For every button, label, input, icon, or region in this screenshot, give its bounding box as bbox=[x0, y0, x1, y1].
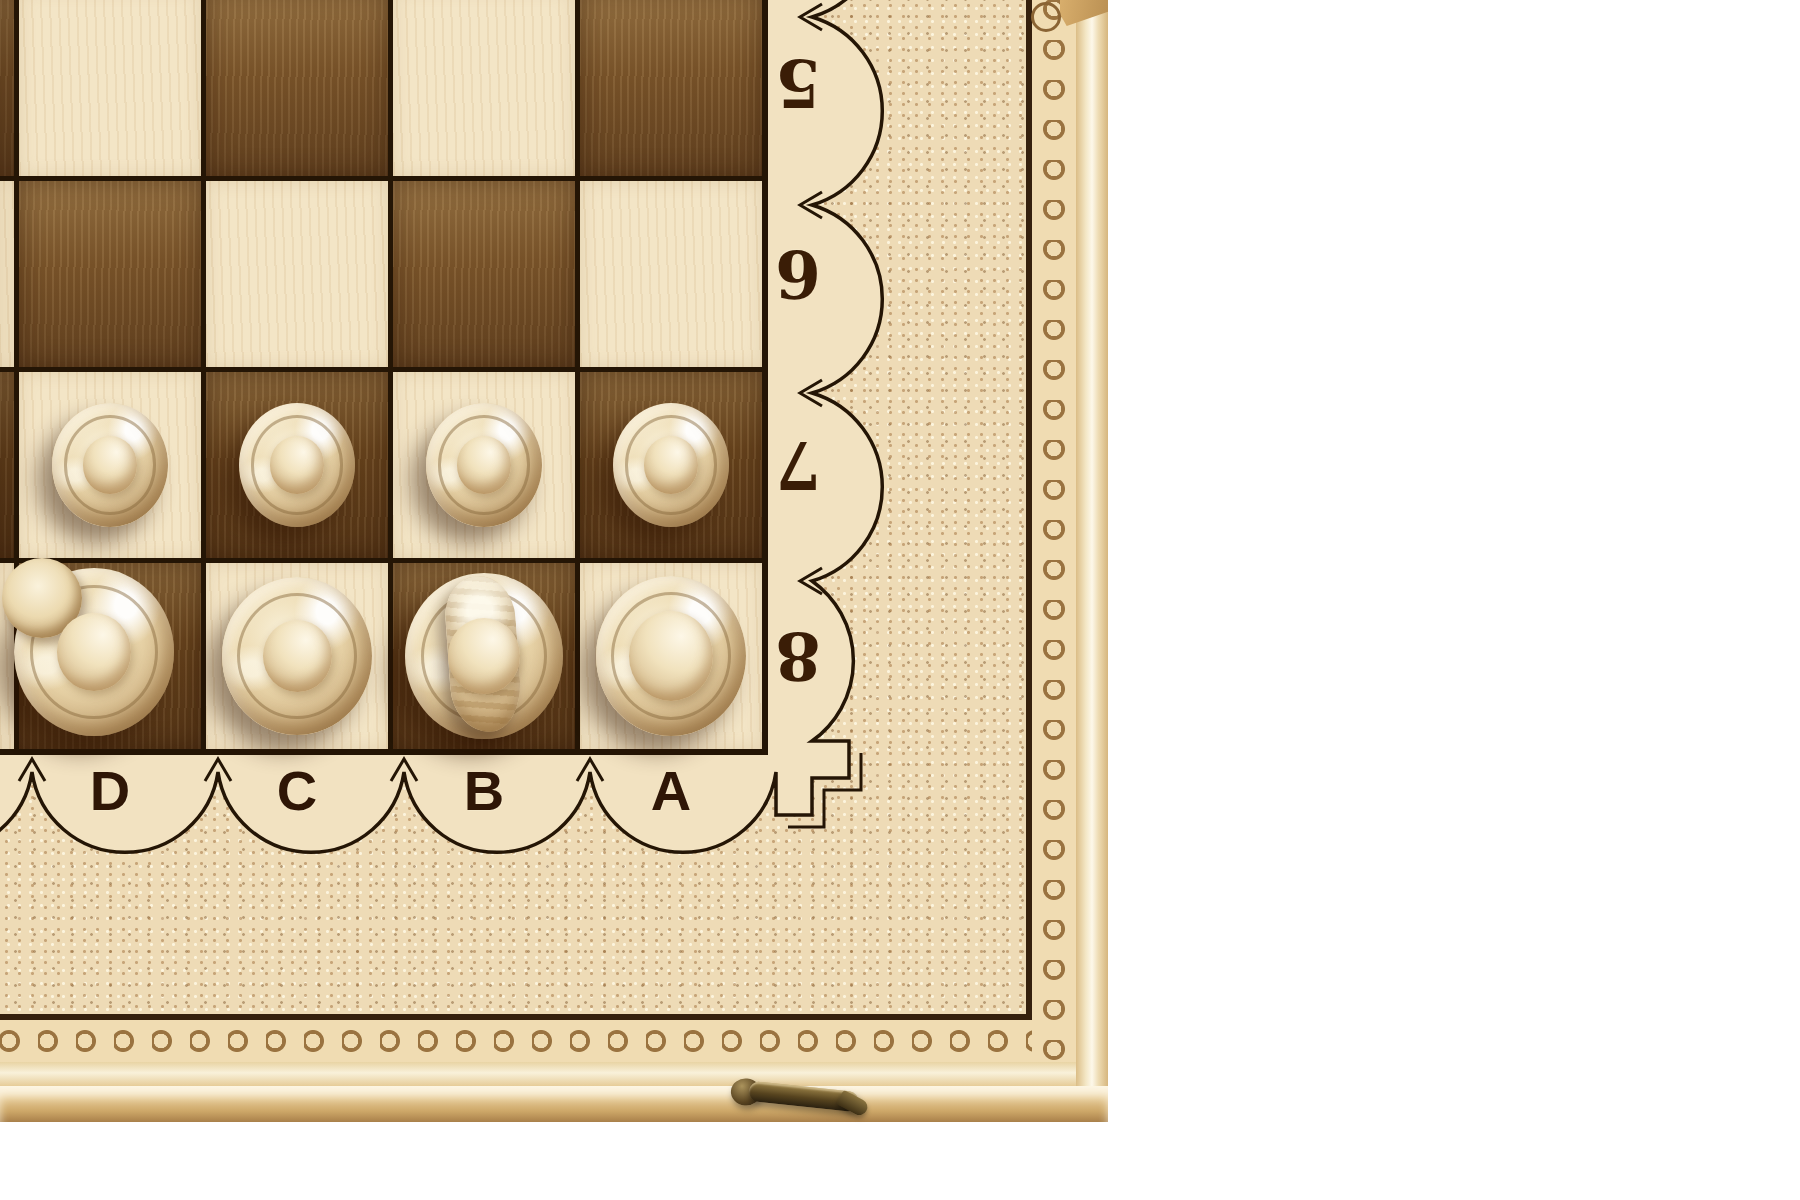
piece-white-queen-d8[interactable] bbox=[14, 568, 174, 736]
square-a6[interactable] bbox=[580, 181, 762, 367]
square-c8[interactable] bbox=[206, 563, 388, 749]
piece-white-pawn-c7[interactable] bbox=[239, 403, 355, 527]
file-label-b: B bbox=[464, 758, 504, 823]
piece-white-knight-b8[interactable] bbox=[405, 573, 563, 739]
piece-white-pawn-b7[interactable] bbox=[426, 403, 542, 527]
chess-box-top: 5 6 7 8 D C B A bbox=[0, 0, 1108, 1122]
board-grid bbox=[0, 0, 768, 755]
square-d7[interactable] bbox=[19, 372, 201, 558]
circle-ornament bbox=[1031, 2, 1061, 32]
piece-white-pawn-d7[interactable] bbox=[52, 403, 168, 527]
crescent-band-bottom bbox=[0, 1020, 1108, 1062]
photo-stage: 5 6 7 8 D C B A bbox=[0, 0, 1800, 1200]
square-c6[interactable] bbox=[206, 181, 388, 367]
queen-crown-knob bbox=[2, 558, 82, 638]
piece-white-bishop-c8[interactable] bbox=[222, 577, 372, 735]
square-b7[interactable] bbox=[393, 372, 575, 558]
square-d8[interactable] bbox=[19, 563, 201, 749]
square-c5[interactable] bbox=[206, 0, 388, 176]
file-label-a: A bbox=[651, 758, 691, 823]
piece-white-pawn-a7[interactable] bbox=[613, 403, 729, 527]
square-a5[interactable] bbox=[580, 0, 762, 176]
square-e6[interactable] bbox=[0, 181, 14, 367]
polished-rim-bottom bbox=[0, 1062, 1108, 1086]
square-d6[interactable] bbox=[19, 181, 201, 367]
square-d5[interactable] bbox=[19, 0, 201, 176]
file-label-c: C bbox=[277, 758, 317, 823]
box-front-face bbox=[0, 1086, 1108, 1122]
square-a7[interactable] bbox=[580, 372, 762, 558]
rank-label-7: 7 bbox=[775, 426, 821, 504]
square-b6[interactable] bbox=[393, 181, 575, 367]
rank-label-8: 8 bbox=[775, 617, 821, 695]
piece-white-rook-a8[interactable] bbox=[596, 576, 746, 736]
file-label-d: D bbox=[90, 758, 130, 823]
square-e7[interactable] bbox=[0, 372, 14, 558]
square-b8[interactable] bbox=[393, 563, 575, 749]
square-e5[interactable] bbox=[0, 0, 14, 176]
rank-label-6: 6 bbox=[775, 235, 821, 313]
crescent-band-right bbox=[1032, 0, 1076, 1122]
square-c7[interactable] bbox=[206, 372, 388, 558]
square-a8[interactable] bbox=[580, 563, 762, 749]
polished-rim-right bbox=[1076, 0, 1108, 1122]
knight-horse-head bbox=[442, 574, 522, 735]
rank-label-5: 5 bbox=[775, 44, 821, 122]
clasp-bar bbox=[748, 1081, 859, 1112]
square-b5[interactable] bbox=[393, 0, 575, 176]
